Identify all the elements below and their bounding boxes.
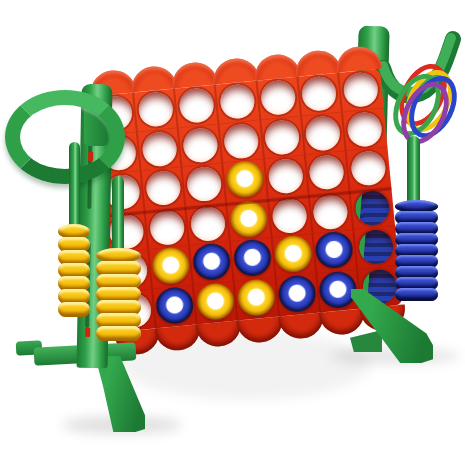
cell-r3c2 [142, 167, 187, 210]
cell-r3c3 [183, 163, 228, 206]
empty-hole [354, 189, 391, 226]
empty-hole [308, 154, 345, 191]
empty-hole [358, 229, 395, 266]
empty-hole [182, 127, 219, 164]
cell-r5c6 [313, 230, 358, 273]
scallop-bump [278, 312, 325, 340]
scallop-bump [196, 320, 243, 348]
cell-r2c5 [261, 116, 306, 159]
empty-hole [148, 209, 185, 246]
storage-ring [96, 326, 141, 341]
empty-hole [347, 111, 384, 148]
cell-r5c7 [354, 226, 399, 269]
yellow-ring-stack-2 [96, 250, 141, 341]
empty-hole [301, 75, 338, 112]
empty-hole [267, 158, 304, 195]
cell-r3c5 [265, 155, 310, 198]
cell-r5c4 [231, 238, 276, 281]
toss-rings-on-hook [396, 62, 452, 142]
blue-disc-ring [314, 230, 355, 271]
toss-hoop [5, 90, 125, 184]
yellow-disc-ring [195, 282, 236, 323]
cell-r2c2 [138, 128, 183, 171]
cell-r2c4 [220, 120, 265, 163]
cell-r5c3 [190, 242, 235, 285]
cell-r6c3 [194, 281, 239, 324]
cell-r1c5 [257, 77, 302, 120]
empty-hole [137, 91, 174, 128]
blue-disc-ring [232, 238, 273, 279]
cell-r1c2 [134, 88, 179, 131]
cell-r3c7 [347, 147, 392, 190]
cell-r2c6 [302, 112, 347, 155]
product-photo-connect-four [0, 0, 465, 465]
ring-pole-left-1 [69, 142, 80, 236]
yellow-disc-ring [224, 160, 265, 201]
cell-r6c5 [276, 273, 321, 316]
cell-r3c4 [224, 159, 269, 202]
empty-hole [264, 119, 301, 156]
empty-hole [189, 205, 226, 242]
cell-r5c5 [272, 234, 317, 277]
yellow-ring-stack-1 [58, 226, 90, 317]
empty-hole [350, 150, 387, 187]
scallop-bump [319, 308, 366, 336]
empty-hole [305, 115, 342, 152]
cell-r1c4 [216, 81, 261, 124]
cell-r3c6 [306, 151, 351, 194]
red-peek-detail [85, 328, 90, 337]
empty-hole [219, 83, 256, 120]
cell-r1c6 [298, 73, 343, 116]
empty-hole [145, 170, 182, 207]
cell-r1c7 [339, 69, 384, 112]
storage-ring [395, 288, 438, 301]
empty-hole [185, 166, 222, 203]
empty-hole [223, 123, 260, 160]
cell-r6c4 [235, 277, 280, 320]
yellow-disc-ring [236, 278, 277, 319]
empty-hole [312, 193, 349, 230]
blue-disc-ring [154, 286, 195, 327]
yellow-disc-ring [150, 246, 191, 287]
yellow-disc-ring [273, 234, 314, 275]
empty-hole [271, 197, 308, 234]
blue-disc-ring [277, 274, 318, 315]
cell-r6c2 [153, 285, 198, 328]
storage-ring [58, 302, 90, 317]
cell-r2c3 [179, 124, 224, 167]
blue-ring-stack [395, 202, 438, 301]
scallop-bump [155, 324, 202, 352]
blue-disc-ring [191, 242, 232, 283]
scallop-bump [237, 316, 284, 344]
empty-hole [141, 130, 178, 167]
empty-hole [343, 71, 380, 108]
cell-r1c3 [175, 85, 220, 128]
cell-r5c2 [149, 246, 194, 289]
empty-hole [178, 87, 215, 124]
empty-hole [260, 79, 297, 116]
cell-r2c7 [343, 108, 388, 151]
